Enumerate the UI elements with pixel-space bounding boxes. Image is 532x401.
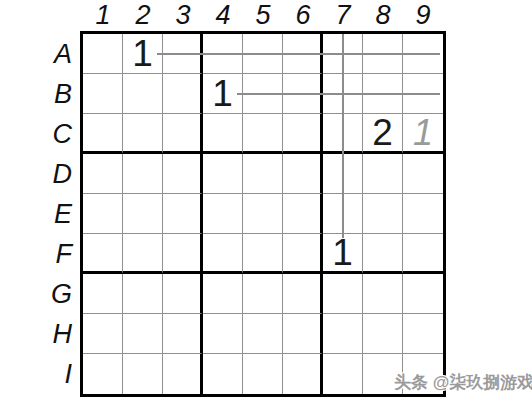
cell-G4[interactable] bbox=[203, 274, 243, 314]
cell-E6[interactable] bbox=[283, 194, 323, 234]
column-label-8: 8 bbox=[363, 1, 403, 29]
cell-D2[interactable] bbox=[123, 154, 163, 194]
cell-H6[interactable] bbox=[283, 314, 323, 354]
cell-H3[interactable] bbox=[163, 314, 203, 354]
cell-E4[interactable] bbox=[203, 194, 243, 234]
column-label-6: 6 bbox=[283, 1, 323, 29]
cell-F1[interactable] bbox=[83, 234, 123, 274]
row-B-ray bbox=[237, 93, 440, 95]
cell-F6[interactable] bbox=[283, 234, 323, 274]
cell-H4[interactable] bbox=[203, 314, 243, 354]
cell-E9[interactable] bbox=[403, 194, 443, 234]
cell-H8[interactable] bbox=[363, 314, 403, 354]
row-label-H: H bbox=[36, 314, 76, 354]
cell-H5[interactable] bbox=[243, 314, 283, 354]
cell-D3[interactable] bbox=[163, 154, 203, 194]
cell-D5[interactable] bbox=[243, 154, 283, 194]
sudoku-diagram: 123456789 ABCDEFGHI 11211 头条 @柒玖捌游戏说 bbox=[0, 0, 532, 401]
sudoku-grid: 11211 bbox=[83, 34, 443, 394]
cell-H1[interactable] bbox=[83, 314, 123, 354]
cell-D1[interactable] bbox=[83, 154, 123, 194]
cell-G8[interactable] bbox=[363, 274, 403, 314]
cell-F5[interactable] bbox=[243, 234, 283, 274]
cell-G1[interactable] bbox=[83, 274, 123, 314]
row-label-D: D bbox=[36, 154, 76, 194]
column-label-7: 7 bbox=[323, 1, 363, 29]
row-label-A: A bbox=[36, 34, 76, 74]
row-label-G: G bbox=[36, 274, 76, 314]
column-label-5: 5 bbox=[243, 1, 283, 29]
cell-C1[interactable] bbox=[83, 114, 123, 154]
cell-E5[interactable] bbox=[243, 194, 283, 234]
cell-I5[interactable] bbox=[243, 354, 283, 394]
column-label-9: 9 bbox=[403, 1, 443, 29]
cell-F9[interactable] bbox=[403, 234, 443, 274]
cell-I6[interactable] bbox=[283, 354, 323, 394]
cell-I3[interactable] bbox=[163, 354, 203, 394]
column-label-1: 1 bbox=[83, 1, 123, 29]
cell-G2[interactable] bbox=[123, 274, 163, 314]
row-label-C: C bbox=[36, 114, 76, 154]
cell-E8[interactable] bbox=[363, 194, 403, 234]
col-7-ray bbox=[342, 34, 344, 238]
column-label-3: 3 bbox=[163, 1, 203, 29]
cell-C2[interactable] bbox=[123, 114, 163, 154]
cell-G6[interactable] bbox=[283, 274, 323, 314]
cell-H7[interactable] bbox=[323, 314, 363, 354]
cell-G3[interactable] bbox=[163, 274, 203, 314]
row-label-B: B bbox=[36, 74, 76, 114]
cell-D8[interactable] bbox=[363, 154, 403, 194]
cell-B2[interactable] bbox=[123, 74, 163, 114]
cell-G9[interactable] bbox=[403, 274, 443, 314]
column-label-4: 4 bbox=[203, 1, 243, 29]
watermark-text: 头条 @柒玖捌游戏说 bbox=[394, 371, 532, 394]
cell-E3[interactable] bbox=[163, 194, 203, 234]
cell-C9[interactable]: 1 bbox=[403, 114, 443, 154]
cell-D4[interactable] bbox=[203, 154, 243, 194]
cell-F4[interactable] bbox=[203, 234, 243, 274]
cell-F8[interactable] bbox=[363, 234, 403, 274]
cell-F2[interactable] bbox=[123, 234, 163, 274]
cell-I4[interactable] bbox=[203, 354, 243, 394]
cell-D6[interactable] bbox=[283, 154, 323, 194]
cell-H9[interactable] bbox=[403, 314, 443, 354]
cell-C6[interactable] bbox=[283, 114, 323, 154]
cell-H2[interactable] bbox=[123, 314, 163, 354]
row-A-ray bbox=[157, 53, 440, 55]
row-label-F: F bbox=[36, 234, 76, 274]
cell-C8[interactable]: 2 bbox=[363, 114, 403, 154]
row-label-E: E bbox=[36, 194, 76, 234]
cell-C5[interactable] bbox=[243, 114, 283, 154]
cell-F7[interactable]: 1 bbox=[323, 234, 363, 274]
row-label-I: I bbox=[36, 354, 76, 394]
cell-D9[interactable] bbox=[403, 154, 443, 194]
column-label-2: 2 bbox=[123, 1, 163, 29]
cell-I7[interactable] bbox=[323, 354, 363, 394]
cell-I1[interactable] bbox=[83, 354, 123, 394]
cell-G7[interactable] bbox=[323, 274, 363, 314]
cell-C3[interactable] bbox=[163, 114, 203, 154]
cell-C4[interactable] bbox=[203, 114, 243, 154]
cell-G5[interactable] bbox=[243, 274, 283, 314]
cell-F3[interactable] bbox=[163, 234, 203, 274]
cell-A1[interactable] bbox=[83, 34, 123, 74]
cell-B1[interactable] bbox=[83, 74, 123, 114]
cell-B3[interactable] bbox=[163, 74, 203, 114]
cell-I2[interactable] bbox=[123, 354, 163, 394]
cell-E1[interactable] bbox=[83, 194, 123, 234]
cell-E2[interactable] bbox=[123, 194, 163, 234]
sudoku-board: 11211 bbox=[80, 31, 446, 397]
